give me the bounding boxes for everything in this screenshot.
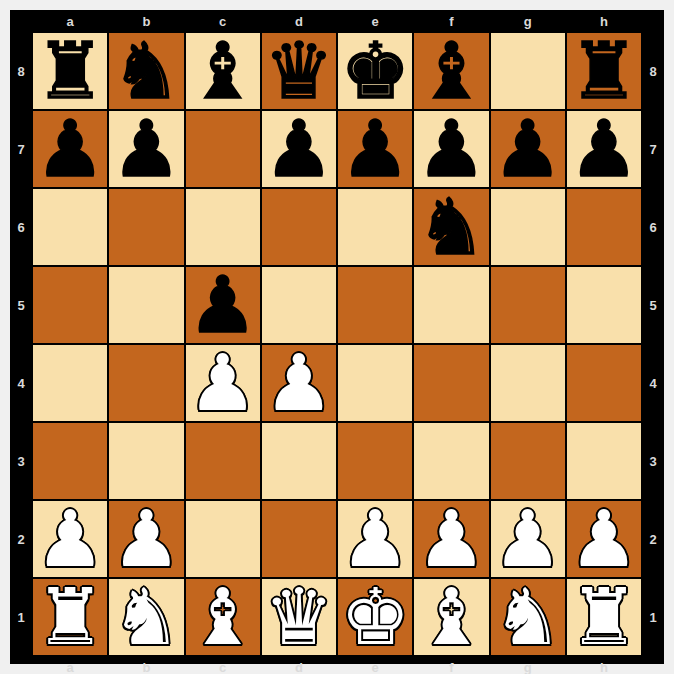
rank-label-4: 4 (10, 344, 32, 422)
file-label-g: g (490, 656, 566, 674)
rank-labels-right: 87654321 (642, 32, 664, 656)
piece-white-pawn[interactable]: ♟ (188, 345, 258, 421)
square-d3[interactable] (261, 422, 337, 500)
square-d8[interactable]: ♛ (261, 32, 337, 110)
piece-black-rook[interactable]: ♜ (35, 33, 105, 109)
square-e6[interactable] (337, 188, 413, 266)
square-e4[interactable] (337, 344, 413, 422)
piece-white-rook[interactable]: ♜ (35, 579, 105, 655)
square-a5[interactable] (32, 266, 108, 344)
rank-label-8: 8 (10, 32, 32, 110)
piece-black-queen[interactable]: ♛ (264, 33, 334, 109)
square-f3[interactable] (413, 422, 489, 500)
piece-white-pawn[interactable]: ♟ (493, 501, 563, 577)
file-label-h: h (566, 656, 642, 674)
square-b6[interactable] (108, 188, 184, 266)
piece-black-pawn[interactable]: ♟ (340, 111, 410, 187)
rank-label-5: 5 (10, 266, 32, 344)
rank-label-2: 2 (642, 500, 664, 578)
square-g4[interactable] (490, 344, 566, 422)
piece-white-king[interactable]: ♚ (340, 579, 410, 655)
file-labels-bottom: abcdefgh (32, 656, 642, 674)
file-label-e: e (337, 656, 413, 674)
square-h1[interactable]: ♜ (566, 578, 642, 656)
file-label-d: d (261, 656, 337, 674)
square-a2[interactable]: ♟ (32, 500, 108, 578)
square-d2[interactable] (261, 500, 337, 578)
square-b1[interactable]: ♞ (108, 578, 184, 656)
square-f8[interactable]: ♝ (413, 32, 489, 110)
square-d5[interactable] (261, 266, 337, 344)
frame-corner-top-left (10, 10, 32, 32)
square-e3[interactable] (337, 422, 413, 500)
square-c7[interactable] (185, 110, 261, 188)
square-e8[interactable]: ♚ (337, 32, 413, 110)
rank-label-1: 1 (10, 578, 32, 656)
file-label-c: c (185, 656, 261, 674)
frame-corner-top-right (642, 10, 664, 32)
piece-black-pawn[interactable]: ♟ (416, 111, 486, 187)
piece-black-knight[interactable]: ♞ (416, 189, 486, 265)
square-f5[interactable] (413, 266, 489, 344)
square-b4[interactable] (108, 344, 184, 422)
rank-label-4: 4 (642, 344, 664, 422)
square-g2[interactable]: ♟ (490, 500, 566, 578)
piece-black-knight[interactable]: ♞ (111, 33, 181, 109)
piece-white-pawn[interactable]: ♟ (416, 501, 486, 577)
square-h4[interactable] (566, 344, 642, 422)
file-label-g: g (490, 10, 566, 32)
rank-label-8: 8 (642, 32, 664, 110)
rank-label-3: 3 (10, 422, 32, 500)
square-g8[interactable] (490, 32, 566, 110)
piece-white-pawn[interactable]: ♟ (35, 501, 105, 577)
square-f4[interactable] (413, 344, 489, 422)
file-label-a: a (32, 656, 108, 674)
square-b2[interactable]: ♟ (108, 500, 184, 578)
square-a4[interactable] (32, 344, 108, 422)
piece-black-pawn[interactable]: ♟ (35, 111, 105, 187)
square-a8[interactable]: ♜ (32, 32, 108, 110)
file-label-f: f (413, 656, 489, 674)
rank-label-7: 7 (642, 110, 664, 188)
square-h6[interactable] (566, 188, 642, 266)
piece-black-pawn[interactable]: ♟ (111, 111, 181, 187)
square-g3[interactable] (490, 422, 566, 500)
square-d1[interactable]: ♛ (261, 578, 337, 656)
square-c3[interactable] (185, 422, 261, 500)
rank-label-5: 5 (642, 266, 664, 344)
piece-black-king[interactable]: ♚ (340, 33, 410, 109)
piece-white-knight[interactable]: ♞ (493, 579, 563, 655)
square-c1[interactable]: ♝ (185, 578, 261, 656)
square-c5[interactable]: ♟ (185, 266, 261, 344)
square-e5[interactable] (337, 266, 413, 344)
piece-white-queen[interactable]: ♛ (264, 579, 334, 655)
piece-black-rook[interactable]: ♜ (569, 33, 639, 109)
rank-labels-left: 87654321 (10, 32, 32, 656)
piece-black-pawn[interactable]: ♟ (569, 111, 639, 187)
file-label-b: b (108, 656, 184, 674)
frame-corner-bottom-left (10, 656, 32, 674)
piece-black-bishop[interactable]: ♝ (188, 33, 258, 109)
square-e1[interactable]: ♚ (337, 578, 413, 656)
square-b5[interactable] (108, 266, 184, 344)
square-g7[interactable]: ♟ (490, 110, 566, 188)
square-a6[interactable] (32, 188, 108, 266)
rank-label-3: 3 (642, 422, 664, 500)
piece-black-bishop[interactable]: ♝ (416, 33, 486, 109)
chessboard: ♜♞♝♛♚♝♜♟♟♟♟♟♟♟♞♟♟♟♟♟♟♟♟♟♜♞♝♛♚♝♞♜ (32, 32, 642, 656)
square-c2[interactable] (185, 500, 261, 578)
piece-white-rook[interactable]: ♜ (569, 579, 639, 655)
piece-white-bishop[interactable]: ♝ (416, 579, 486, 655)
piece-white-knight[interactable]: ♞ (111, 579, 181, 655)
square-h7[interactable]: ♟ (566, 110, 642, 188)
square-b3[interactable] (108, 422, 184, 500)
square-d6[interactable] (261, 188, 337, 266)
piece-white-pawn[interactable]: ♟ (340, 501, 410, 577)
square-c6[interactable] (185, 188, 261, 266)
square-f6[interactable]: ♞ (413, 188, 489, 266)
square-f1[interactable]: ♝ (413, 578, 489, 656)
frame-corner-bottom-right (642, 656, 664, 674)
square-a1[interactable]: ♜ (32, 578, 108, 656)
square-h3[interactable] (566, 422, 642, 500)
square-b8[interactable]: ♞ (108, 32, 184, 110)
piece-white-pawn[interactable]: ♟ (111, 501, 181, 577)
piece-white-pawn[interactable]: ♟ (264, 345, 334, 421)
piece-white-pawn[interactable]: ♟ (569, 501, 639, 577)
rank-label-6: 6 (10, 188, 32, 266)
square-b7[interactable]: ♟ (108, 110, 184, 188)
piece-black-pawn[interactable]: ♟ (188, 267, 258, 343)
piece-black-pawn[interactable]: ♟ (264, 111, 334, 187)
rank-label-6: 6 (642, 188, 664, 266)
rank-label-2: 2 (10, 500, 32, 578)
square-g5[interactable] (490, 266, 566, 344)
square-h2[interactable]: ♟ (566, 500, 642, 578)
square-e2[interactable]: ♟ (337, 500, 413, 578)
rank-label-7: 7 (10, 110, 32, 188)
board-frame: abcdefgh 87654321 ♜♞♝♛♚♝♜♟♟♟♟♟♟♟♞♟♟♟♟♟♟♟… (10, 10, 664, 664)
square-h8[interactable]: ♜ (566, 32, 642, 110)
square-h5[interactable] (566, 266, 642, 344)
square-f7[interactable]: ♟ (413, 110, 489, 188)
square-c4[interactable]: ♟ (185, 344, 261, 422)
square-e7[interactable]: ♟ (337, 110, 413, 188)
square-g6[interactable] (490, 188, 566, 266)
square-d4[interactable]: ♟ (261, 344, 337, 422)
square-a7[interactable]: ♟ (32, 110, 108, 188)
rank-label-1: 1 (642, 578, 664, 656)
piece-white-bishop[interactable]: ♝ (188, 579, 258, 655)
square-g1[interactable]: ♞ (490, 578, 566, 656)
square-f2[interactable]: ♟ (413, 500, 489, 578)
square-d7[interactable]: ♟ (261, 110, 337, 188)
piece-black-pawn[interactable]: ♟ (493, 111, 563, 187)
square-a3[interactable] (32, 422, 108, 500)
square-c8[interactable]: ♝ (185, 32, 261, 110)
